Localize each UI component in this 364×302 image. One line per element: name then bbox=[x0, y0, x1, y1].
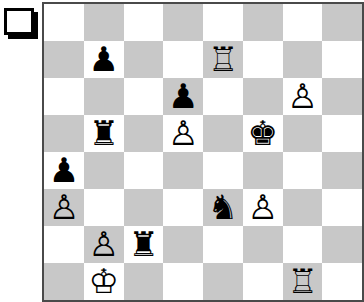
square-e6[interactable] bbox=[203, 78, 243, 115]
square-f6[interactable] bbox=[243, 78, 283, 115]
white-rook-piece[interactable]: ♖ bbox=[287, 264, 317, 298]
black-pawn-piece[interactable]: ♟ bbox=[49, 153, 79, 187]
square-a2[interactable] bbox=[44, 226, 84, 263]
square-e8[interactable] bbox=[203, 4, 243, 41]
square-a5[interactable] bbox=[44, 115, 84, 152]
square-g1[interactable]: ♖ bbox=[283, 263, 323, 300]
square-e1[interactable] bbox=[203, 263, 243, 300]
chess-diagram: ♟♖♟♙♜♙♚♟♙♞♙♙♜♔♖ bbox=[0, 0, 364, 302]
square-e4[interactable] bbox=[203, 152, 243, 189]
square-d8[interactable] bbox=[163, 4, 203, 41]
square-c3[interactable] bbox=[124, 189, 164, 226]
white-king-piece[interactable]: ♔ bbox=[88, 264, 118, 298]
white-pawn-piece[interactable]: ♙ bbox=[247, 190, 277, 224]
square-e3[interactable]: ♞ bbox=[203, 189, 243, 226]
square-a8[interactable] bbox=[44, 4, 84, 41]
white-rook-piece[interactable]: ♖ bbox=[208, 42, 238, 76]
square-g5[interactable] bbox=[283, 115, 323, 152]
square-a3[interactable]: ♙ bbox=[44, 189, 84, 226]
square-a4[interactable]: ♟ bbox=[44, 152, 84, 189]
square-d5[interactable]: ♙ bbox=[163, 115, 203, 152]
square-h5[interactable] bbox=[322, 115, 362, 152]
square-a1[interactable] bbox=[44, 263, 84, 300]
square-e7[interactable]: ♖ bbox=[203, 41, 243, 78]
black-rook-piece[interactable]: ♜ bbox=[128, 227, 158, 261]
black-king-piece[interactable]: ♚ bbox=[247, 116, 277, 150]
chess-board: ♟♖♟♙♜♙♚♟♙♞♙♙♜♔♖ bbox=[42, 2, 364, 302]
square-f7[interactable] bbox=[243, 41, 283, 78]
square-d2[interactable] bbox=[163, 226, 203, 263]
square-b2[interactable]: ♙ bbox=[84, 226, 124, 263]
square-f1[interactable] bbox=[243, 263, 283, 300]
white-pawn-piece[interactable]: ♙ bbox=[287, 79, 317, 113]
square-b1[interactable]: ♔ bbox=[84, 263, 124, 300]
square-d1[interactable] bbox=[163, 263, 203, 300]
square-f5[interactable]: ♚ bbox=[243, 115, 283, 152]
black-pawn-piece[interactable]: ♟ bbox=[88, 42, 118, 76]
black-rook-piece[interactable]: ♜ bbox=[88, 116, 118, 150]
square-c4[interactable] bbox=[124, 152, 164, 189]
square-c2[interactable]: ♜ bbox=[124, 226, 164, 263]
black-pawn-piece[interactable]: ♟ bbox=[168, 79, 198, 113]
square-d6[interactable]: ♟ bbox=[163, 78, 203, 115]
square-c5[interactable] bbox=[124, 115, 164, 152]
square-f3[interactable]: ♙ bbox=[243, 189, 283, 226]
square-d4[interactable] bbox=[163, 152, 203, 189]
square-a7[interactable] bbox=[44, 41, 84, 78]
square-d7[interactable] bbox=[163, 41, 203, 78]
square-h2[interactable] bbox=[322, 226, 362, 263]
white-to-move-indicator bbox=[4, 8, 34, 35]
square-h4[interactable] bbox=[322, 152, 362, 189]
square-f8[interactable] bbox=[243, 4, 283, 41]
square-b6[interactable] bbox=[84, 78, 124, 115]
square-h6[interactable] bbox=[322, 78, 362, 115]
square-c7[interactable] bbox=[124, 41, 164, 78]
square-b8[interactable] bbox=[84, 4, 124, 41]
square-c1[interactable] bbox=[124, 263, 164, 300]
square-d3[interactable] bbox=[163, 189, 203, 226]
square-b3[interactable] bbox=[84, 189, 124, 226]
square-g7[interactable] bbox=[283, 41, 323, 78]
square-h7[interactable] bbox=[322, 41, 362, 78]
square-c6[interactable] bbox=[124, 78, 164, 115]
white-pawn-piece[interactable]: ♙ bbox=[168, 116, 198, 150]
square-g2[interactable] bbox=[283, 226, 323, 263]
square-h1[interactable] bbox=[322, 263, 362, 300]
square-e2[interactable] bbox=[203, 226, 243, 263]
square-f2[interactable] bbox=[243, 226, 283, 263]
square-f4[interactable] bbox=[243, 152, 283, 189]
square-h8[interactable] bbox=[322, 4, 362, 41]
square-e5[interactable] bbox=[203, 115, 243, 152]
square-g8[interactable] bbox=[283, 4, 323, 41]
square-c8[interactable] bbox=[124, 4, 164, 41]
white-pawn-piece[interactable]: ♙ bbox=[49, 190, 79, 224]
square-g6[interactable]: ♙ bbox=[283, 78, 323, 115]
black-knight-piece[interactable]: ♞ bbox=[208, 190, 238, 224]
square-h3[interactable] bbox=[322, 189, 362, 226]
square-g3[interactable] bbox=[283, 189, 323, 226]
square-b5[interactable]: ♜ bbox=[84, 115, 124, 152]
square-b4[interactable] bbox=[84, 152, 124, 189]
square-a6[interactable] bbox=[44, 78, 84, 115]
white-pawn-piece[interactable]: ♙ bbox=[88, 227, 118, 261]
square-b7[interactable]: ♟ bbox=[84, 41, 124, 78]
square-g4[interactable] bbox=[283, 152, 323, 189]
